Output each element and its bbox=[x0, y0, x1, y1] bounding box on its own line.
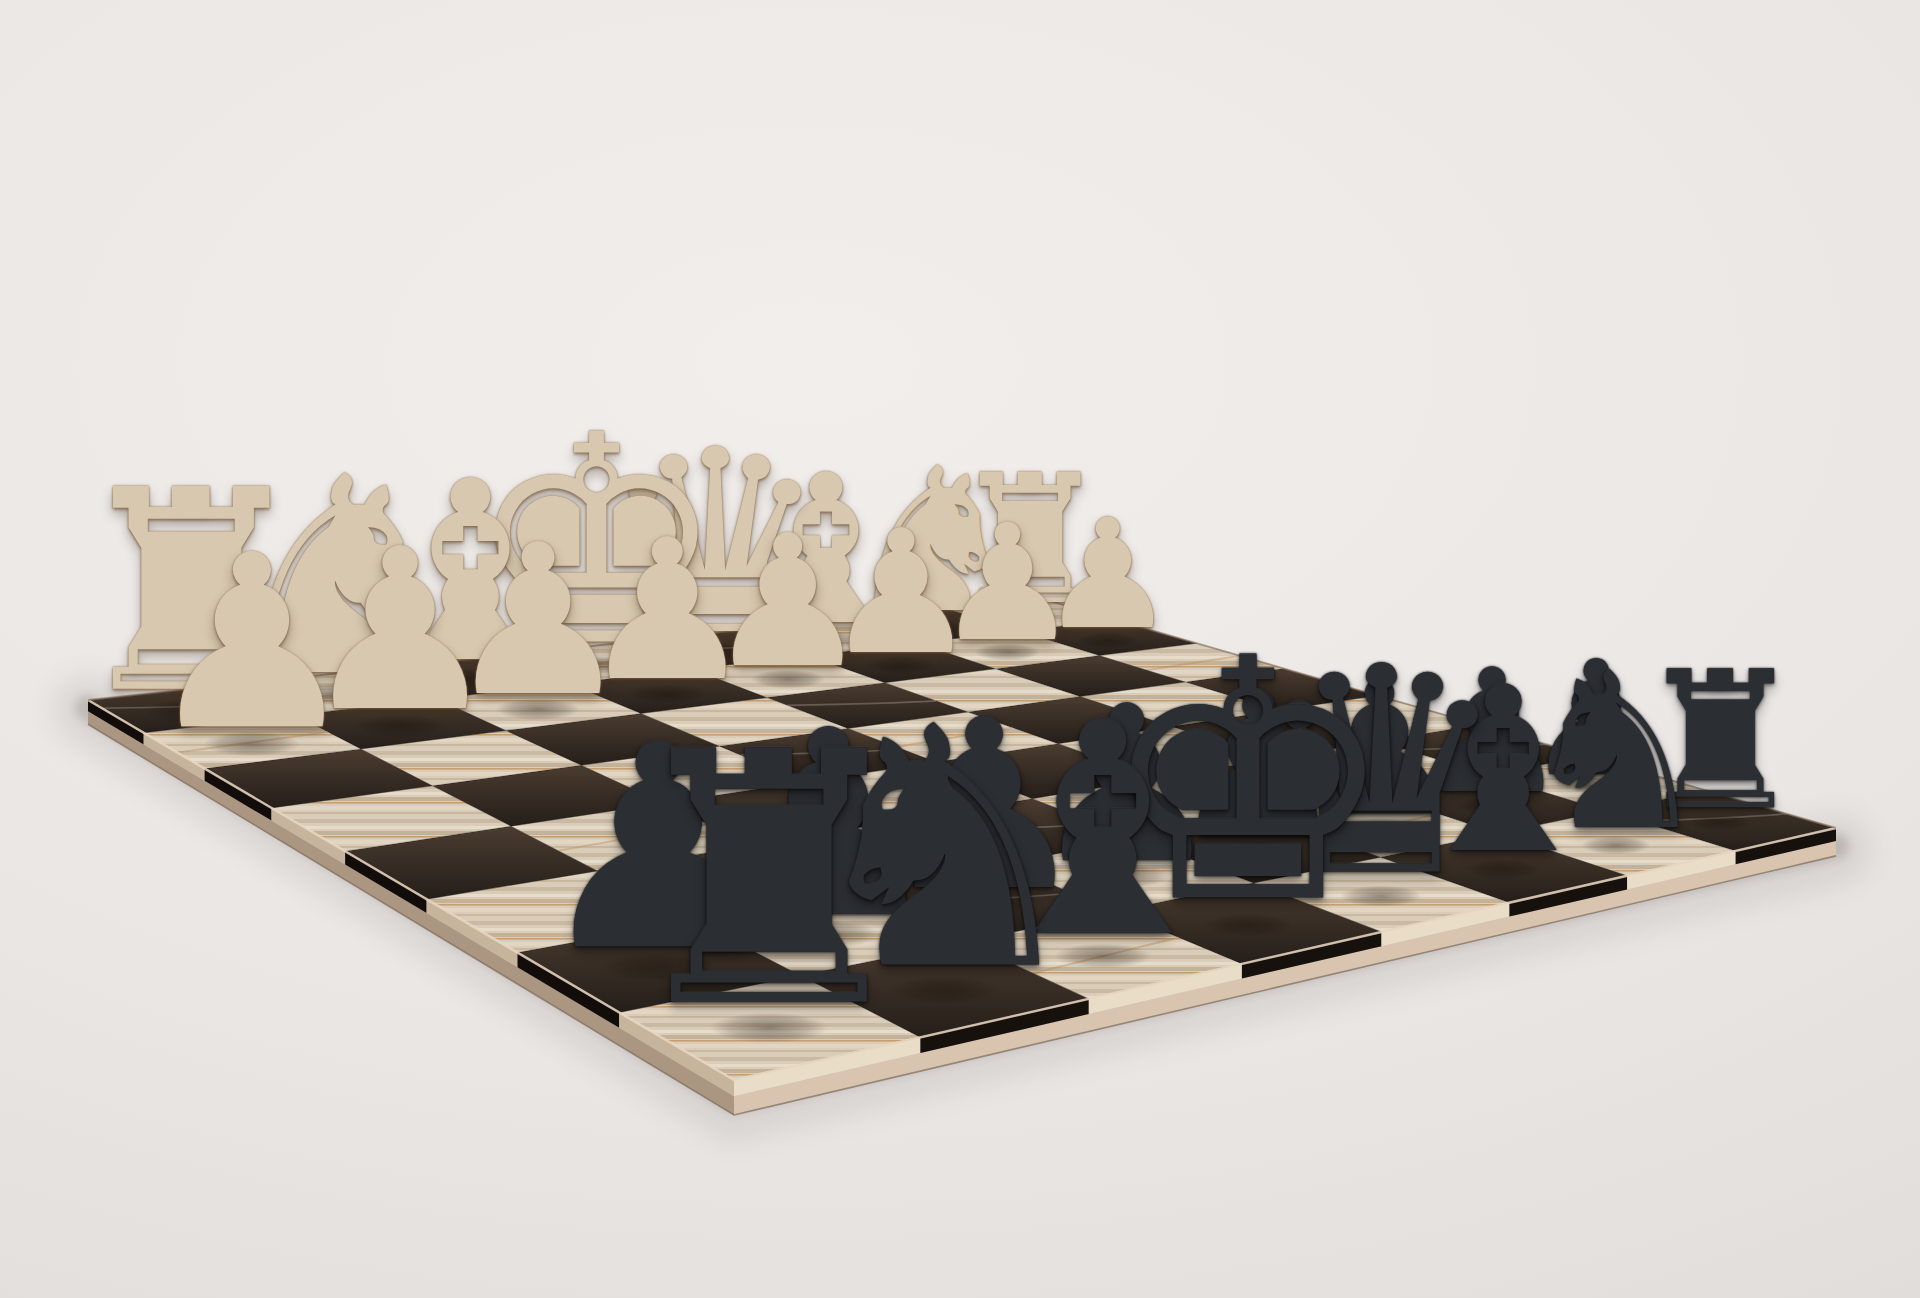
piece-white-pawn-h2: ♟ bbox=[144, 523, 359, 763]
piece-black-rook-h8: ♜ bbox=[613, 707, 925, 1055]
studio-photo-scene: ♜♞♝♟♛♟♟♚♟♝♟♞♟♜♟♟♟♟♜♟♞♟♝♟♛♟♚♟♝♟♞♜ bbox=[0, 0, 1920, 1298]
chess-pieces-layer: ♜♞♝♟♛♟♟♚♟♝♟♞♟♜♟♟♟♟♜♟♞♟♝♟♛♟♚♟♝♟♞♜ bbox=[0, 0, 1920, 1298]
